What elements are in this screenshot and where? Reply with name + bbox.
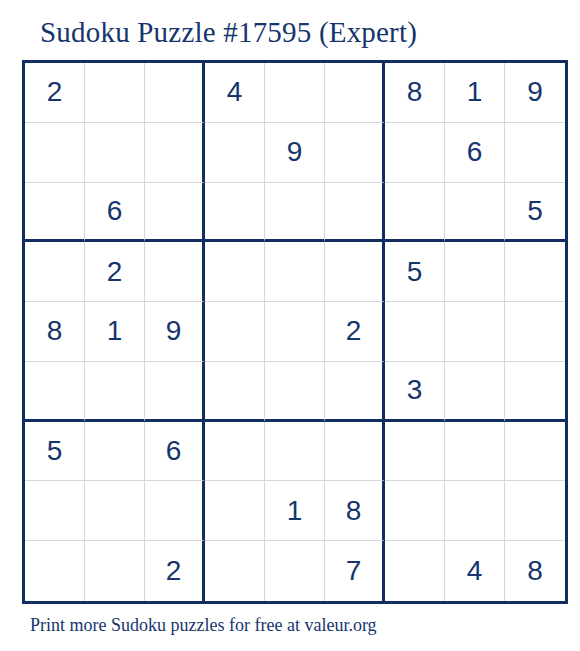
cell-r2c9[interactable]: [505, 123, 565, 183]
cell-r5c6[interactable]: 2: [325, 302, 385, 362]
cell-r7c9[interactable]: [505, 422, 565, 482]
cell-r4c2[interactable]: 2: [85, 242, 145, 302]
cell-r9c7[interactable]: [385, 541, 445, 601]
cell-r1c1[interactable]: 2: [25, 63, 85, 123]
cell-r8c2[interactable]: [85, 481, 145, 541]
cell-r5c1[interactable]: 8: [25, 302, 85, 362]
cell-r9c2[interactable]: [85, 541, 145, 601]
cell-r8c8[interactable]: [445, 481, 505, 541]
cell-r2c5[interactable]: 9: [265, 123, 325, 183]
cell-r7c5[interactable]: [265, 422, 325, 482]
cell-r3c6[interactable]: [325, 183, 385, 243]
cell-r5c7[interactable]: [385, 302, 445, 362]
cell-r4c6[interactable]: [325, 242, 385, 302]
cell-r2c2[interactable]: [85, 123, 145, 183]
cell-r7c2[interactable]: [85, 422, 145, 482]
cell-r3c4[interactable]: [205, 183, 265, 243]
cell-r6c2[interactable]: [85, 362, 145, 422]
cell-r5c9[interactable]: [505, 302, 565, 362]
cell-r2c7[interactable]: [385, 123, 445, 183]
cell-r8c4[interactable]: [205, 481, 265, 541]
cell-r9c4[interactable]: [205, 541, 265, 601]
cell-r9c5[interactable]: [265, 541, 325, 601]
cell-r6c1[interactable]: [25, 362, 85, 422]
cell-r1c9[interactable]: 9: [505, 63, 565, 123]
cell-r5c4[interactable]: [205, 302, 265, 362]
page-title: Sudoku Puzzle #17595 (Expert): [40, 17, 417, 49]
cell-r1c8[interactable]: 1: [445, 63, 505, 123]
cell-r3c2[interactable]: 6: [85, 183, 145, 243]
cell-r2c8[interactable]: 6: [445, 123, 505, 183]
cell-r4c8[interactable]: [445, 242, 505, 302]
cell-r7c6[interactable]: [325, 422, 385, 482]
cell-r8c1[interactable]: [25, 481, 85, 541]
cell-r8c7[interactable]: [385, 481, 445, 541]
cell-r1c6[interactable]: [325, 63, 385, 123]
cell-r8c5[interactable]: 1: [265, 481, 325, 541]
cell-r8c6[interactable]: 8: [325, 481, 385, 541]
cell-r1c3[interactable]: [145, 63, 205, 123]
cell-r1c2[interactable]: [85, 63, 145, 123]
cell-r3c8[interactable]: [445, 183, 505, 243]
cell-r6c8[interactable]: [445, 362, 505, 422]
cell-r6c4[interactable]: [205, 362, 265, 422]
cell-r2c4[interactable]: [205, 123, 265, 183]
cell-r8c3[interactable]: [145, 481, 205, 541]
cell-r8c9[interactable]: [505, 481, 565, 541]
cell-r4c9[interactable]: [505, 242, 565, 302]
sudoku-grid: 248199665258192356182748: [22, 60, 568, 604]
cell-r3c5[interactable]: [265, 183, 325, 243]
cell-r6c3[interactable]: [145, 362, 205, 422]
cell-r5c2[interactable]: 1: [85, 302, 145, 362]
cell-r3c7[interactable]: [385, 183, 445, 243]
cell-r4c3[interactable]: [145, 242, 205, 302]
cell-r4c1[interactable]: [25, 242, 85, 302]
cell-r3c1[interactable]: [25, 183, 85, 243]
cell-r6c5[interactable]: [265, 362, 325, 422]
cell-r4c5[interactable]: [265, 242, 325, 302]
cell-r5c5[interactable]: [265, 302, 325, 362]
cell-r2c6[interactable]: [325, 123, 385, 183]
cell-r2c1[interactable]: [25, 123, 85, 183]
cell-r7c1[interactable]: 5: [25, 422, 85, 482]
cell-r9c8[interactable]: 4: [445, 541, 505, 601]
cell-r4c7[interactable]: 5: [385, 242, 445, 302]
cell-r1c4[interactable]: 4: [205, 63, 265, 123]
cell-r3c9[interactable]: 5: [505, 183, 565, 243]
cell-r6c6[interactable]: [325, 362, 385, 422]
cell-r7c4[interactable]: [205, 422, 265, 482]
cell-r2c3[interactable]: [145, 123, 205, 183]
cell-r9c3[interactable]: 2: [145, 541, 205, 601]
footer-text: Print more Sudoku puzzles for free at va…: [30, 615, 377, 636]
cell-r1c7[interactable]: 8: [385, 63, 445, 123]
cell-r6c7[interactable]: 3: [385, 362, 445, 422]
cell-r4c4[interactable]: [205, 242, 265, 302]
cell-r3c3[interactable]: [145, 183, 205, 243]
cell-r9c6[interactable]: 7: [325, 541, 385, 601]
cell-r7c3[interactable]: 6: [145, 422, 205, 482]
cell-r9c9[interactable]: 8: [505, 541, 565, 601]
cell-r9c1[interactable]: [25, 541, 85, 601]
cell-r6c9[interactable]: [505, 362, 565, 422]
cell-r5c3[interactable]: 9: [145, 302, 205, 362]
cell-r5c8[interactable]: [445, 302, 505, 362]
cell-r1c5[interactable]: [265, 63, 325, 123]
cell-r7c7[interactable]: [385, 422, 445, 482]
cell-r7c8[interactable]: [445, 422, 505, 482]
